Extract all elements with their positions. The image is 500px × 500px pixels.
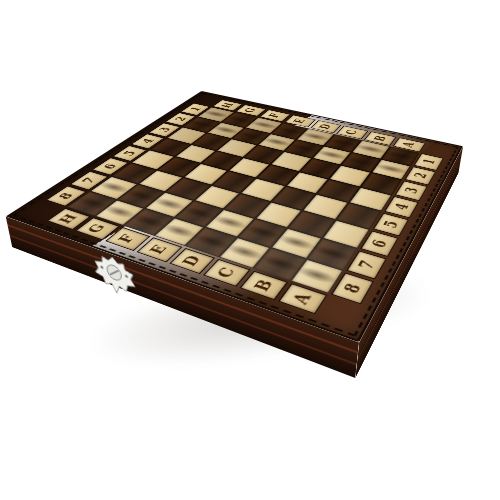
product-photo-stage: HGFEDCBA 12345678 12345678 HGFEDCBA (0, 0, 500, 500)
label-glyph: H (57, 213, 81, 225)
chess-box: HGFEDCBA 12345678 12345678 HGFEDCBA (6, 91, 463, 342)
label-glyph: 7 (356, 259, 378, 271)
scene-3d: HGFEDCBA 12345678 12345678 HGFEDCBA (0, 0, 500, 500)
rook-glyph: ♜ (293, 212, 341, 280)
